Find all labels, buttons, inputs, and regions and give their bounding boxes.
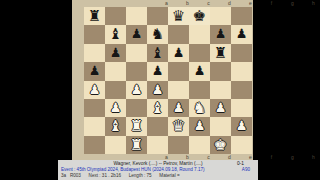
square-b3[interactable]: ♟: [105, 99, 126, 117]
file-label-g: g: [282, 154, 303, 160]
square-g7[interactable]: ♟: [210, 25, 231, 43]
square-h4[interactable]: [231, 81, 252, 99]
black-bishop-d6[interactable]: ♝: [151, 44, 164, 62]
square-c7[interactable]: ♟: [126, 25, 147, 43]
square-b5[interactable]: [105, 62, 126, 80]
black-pawn-h7[interactable]: ♟: [236, 25, 248, 43]
black-pawn-d5[interactable]: ♟: [152, 62, 164, 80]
square-g3[interactable]: ♟: [210, 99, 231, 117]
square-c5[interactable]: [126, 62, 147, 80]
black-pawn-c7[interactable]: ♟: [131, 25, 143, 43]
square-f2[interactable]: ♟: [189, 117, 210, 135]
square-e6[interactable]: ♟: [168, 44, 189, 62]
square-g1[interactable]: ♚: [210, 136, 231, 154]
black-queen-e8[interactable]: ♛: [172, 7, 185, 25]
black-king-f8[interactable]: ♚: [193, 7, 206, 25]
square-f7[interactable]: [189, 25, 210, 43]
square-d1[interactable]: [147, 136, 168, 154]
square-a1[interactable]: [84, 136, 105, 154]
square-g4[interactable]: [210, 81, 231, 99]
chess-board[interactable]: ♜♛♚♝♟♞♟♟♟♝♟♜♟♟♟♟♟♟♟♝♟♞♟♝♜♛♟♟♜♚: [84, 7, 252, 154]
file-label-f: f: [261, 154, 282, 160]
square-h5[interactable]: [231, 62, 252, 80]
square-a5[interactable]: ♟: [84, 62, 105, 80]
file-label-h: h: [303, 0, 320, 7]
square-e3[interactable]: ♟: [168, 99, 189, 117]
file-label-d: d: [219, 0, 240, 7]
black-pawn-f5[interactable]: ♟: [194, 62, 206, 80]
white-pawn-a4[interactable]: ♟: [89, 81, 101, 99]
file-label-f: f: [261, 0, 282, 7]
square-g2[interactable]: [210, 117, 231, 135]
square-g8[interactable]: [210, 7, 231, 25]
black-pawn-g7[interactable]: ♟: [215, 25, 227, 43]
square-c4[interactable]: ♟: [126, 81, 147, 99]
square-c1[interactable]: ♜: [126, 136, 147, 154]
square-f8[interactable]: ♚: [189, 7, 210, 25]
square-h2[interactable]: ♟: [231, 117, 252, 135]
square-b6[interactable]: ♟: [105, 44, 126, 62]
square-c6[interactable]: [126, 44, 147, 62]
footer-text-strip: Wagner, Kevork (....) -- Petrov, Martin …: [58, 160, 258, 180]
eco-code: A90: [242, 167, 250, 172]
square-a6[interactable]: [84, 44, 105, 62]
square-h6[interactable]: [231, 44, 252, 62]
file-label-b: b: [177, 0, 198, 7]
white-pawn-g3[interactable]: ♟: [215, 99, 227, 117]
white-pawn-b3[interactable]: ♟: [110, 99, 122, 117]
square-d8[interactable]: [147, 7, 168, 25]
square-c8[interactable]: [126, 7, 147, 25]
square-d2[interactable]: [147, 117, 168, 135]
white-pawn-f2[interactable]: ♟: [194, 117, 206, 135]
square-a7[interactable]: [84, 25, 105, 43]
square-h8[interactable]: [231, 7, 252, 25]
square-e7[interactable]: [168, 25, 189, 43]
square-b8[interactable]: [105, 7, 126, 25]
square-f5[interactable]: ♟: [189, 62, 210, 80]
white-knight-f3[interactable]: ♞: [193, 99, 206, 117]
white-bishop-b2[interactable]: ♝: [109, 117, 122, 135]
square-f6[interactable]: [189, 44, 210, 62]
players-line: Wagner, Kevork (....) -- Petrov, Martin …: [58, 161, 258, 166]
square-e2[interactable]: ♛: [168, 117, 189, 135]
square-f1[interactable]: [189, 136, 210, 154]
white-queen-e2[interactable]: ♛: [172, 117, 185, 135]
black-player-name: Petrov, Martin (....): [163, 161, 202, 166]
black-pawn-e6[interactable]: ♟: [173, 44, 185, 62]
black-bishop-b7[interactable]: ♝: [109, 25, 122, 43]
square-d5[interactable]: ♟: [147, 62, 168, 80]
square-h7[interactable]: ♟: [231, 25, 252, 43]
players-separator: --: [159, 161, 162, 166]
square-d4[interactable]: ♟: [147, 81, 168, 99]
square-b1[interactable]: [105, 136, 126, 154]
square-d3[interactable]: ♝: [147, 99, 168, 117]
square-a2[interactable]: [84, 117, 105, 135]
black-pawn-b6[interactable]: ♟: [110, 44, 122, 62]
black-pawn-a5[interactable]: ♟: [89, 62, 101, 80]
square-e1[interactable]: [168, 136, 189, 154]
white-pawn-h2[interactable]: ♟: [236, 117, 248, 135]
square-g5[interactable]: [210, 62, 231, 80]
square-f4[interactable]: [189, 81, 210, 99]
square-h1[interactable]: [231, 136, 252, 154]
white-rook-c2[interactable]: ♜: [130, 117, 143, 135]
file-label-h: h: [303, 154, 320, 160]
file-label-c: c: [198, 0, 219, 7]
square-e8[interactable]: ♛: [168, 7, 189, 25]
square-a4[interactable]: ♟: [84, 81, 105, 99]
white-bishop-d3[interactable]: ♝: [151, 99, 164, 117]
square-a3[interactable]: [84, 99, 105, 117]
event-info: Event : 45th Olympiad 2024, Budapest HUN…: [61, 167, 205, 172]
white-pawn-e3[interactable]: ♟: [173, 99, 185, 117]
white-player-name: Wagner, Kevork (....): [113, 161, 157, 166]
square-e5[interactable]: [168, 62, 189, 80]
file-label-g: g: [282, 0, 303, 7]
square-c2[interactable]: ♜: [126, 117, 147, 135]
square-h3[interactable]: [231, 99, 252, 117]
square-e4[interactable]: [168, 81, 189, 99]
file-label-e: e: [240, 0, 261, 7]
black-knight-d7[interactable]: ♞: [151, 25, 164, 43]
file-labels-top: abcdefgh: [156, 0, 320, 7]
file-label-a: a: [156, 0, 177, 7]
square-b4[interactable]: [105, 81, 126, 99]
square-g6[interactable]: ♜: [210, 44, 231, 62]
white-king-g1[interactable]: ♚: [214, 136, 227, 154]
square-d6[interactable]: ♝: [147, 44, 168, 62]
square-d7[interactable]: ♞: [147, 25, 168, 43]
black-rook-g6[interactable]: ♜: [214, 44, 227, 62]
white-rook-c1[interactable]: ♜: [130, 136, 143, 154]
game-stats-line: 3a R003 Next : 31 . 2b16 Length : 75 Mat…: [61, 173, 180, 178]
square-f3[interactable]: ♞: [189, 99, 210, 117]
square-a8[interactable]: ♜: [84, 7, 105, 25]
game-result: 0-1: [237, 161, 244, 166]
white-pawn-d4[interactable]: ♟: [152, 81, 164, 99]
square-b2[interactable]: ♝: [105, 117, 126, 135]
square-b7[interactable]: ♝: [105, 25, 126, 43]
black-rook-a8[interactable]: ♜: [88, 7, 101, 25]
white-pawn-c4[interactable]: ♟: [131, 81, 143, 99]
square-c3[interactable]: [126, 99, 147, 117]
